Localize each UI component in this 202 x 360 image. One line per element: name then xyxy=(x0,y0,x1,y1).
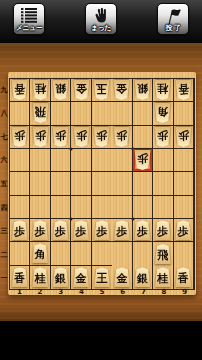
menu-button[interactable]: メニュー xyxy=(13,3,45,35)
resign-button[interactable]: 投 了 xyxy=(157,3,189,35)
board-cell[interactable] xyxy=(10,172,30,195)
toolbar: メニュー まった 投 了 xyxy=(0,0,202,44)
board-cell[interactable] xyxy=(10,149,30,172)
piece-bishop-gote[interactable]: 角 xyxy=(154,103,171,123)
last-move-highlight[interactable]: 歩 xyxy=(133,149,153,172)
board-cell[interactable]: 歩 xyxy=(153,126,173,149)
board-cell[interactable] xyxy=(174,172,194,195)
board-cell[interactable]: 角 xyxy=(153,102,173,125)
piece-lance-sente[interactable]: 香 xyxy=(11,267,28,287)
file-label: 7 xyxy=(133,288,154,296)
piece-knight-gote[interactable]: 桂 xyxy=(32,80,49,100)
board-cell[interactable]: 角 xyxy=(30,242,50,265)
piece-king-sente[interactable]: 王 xyxy=(93,267,110,287)
board-cell[interactable] xyxy=(51,102,71,125)
piece-knight-gote[interactable]: 桂 xyxy=(154,80,171,100)
piece-gold-sente[interactable]: 金 xyxy=(73,267,90,287)
board-cell[interactable]: 金 xyxy=(71,266,91,289)
board-cell[interactable] xyxy=(153,196,173,219)
board-cell[interactable] xyxy=(10,196,30,219)
file-label: 1 xyxy=(9,288,30,296)
board-cell[interactable]: 桂 xyxy=(153,79,173,102)
piece-pawn-gote[interactable]: 歩 xyxy=(134,150,151,170)
board-cell[interactable] xyxy=(174,196,194,219)
board-cell[interactable] xyxy=(30,149,50,172)
board-cell[interactable] xyxy=(112,196,132,219)
piece-pawn-sente[interactable]: 歩 xyxy=(154,220,171,240)
board-cell[interactable]: 歩 xyxy=(30,126,50,149)
board-cell[interactable]: 桂 xyxy=(153,266,173,289)
board-cell[interactable]: 歩 xyxy=(51,126,71,149)
board-cell[interactable]: 歩 xyxy=(92,126,112,149)
rank-label: 四 xyxy=(0,196,8,220)
rank-labels: 九八七六五四三二一 xyxy=(0,78,8,290)
piece-pawn-sente[interactable]: 歩 xyxy=(73,220,90,240)
piece-pawn-gote[interactable]: 歩 xyxy=(11,127,28,147)
file-label: 5 xyxy=(92,288,113,296)
piece-knight-sente[interactable]: 桂 xyxy=(154,267,171,287)
board-cell[interactable] xyxy=(112,242,132,265)
board-cell[interactable] xyxy=(92,242,112,265)
file-label: 4 xyxy=(71,288,92,296)
board-cell[interactable] xyxy=(133,196,153,219)
board-cell[interactable]: 歩 xyxy=(174,126,194,149)
menu-button-label: メニュー xyxy=(14,23,44,33)
board-cell[interactable]: 歩 xyxy=(133,219,153,242)
file-label: 8 xyxy=(154,288,175,296)
piece-pawn-sente[interactable]: 歩 xyxy=(175,220,192,240)
board-cell[interactable] xyxy=(10,242,30,265)
piece-silver-sente[interactable]: 銀 xyxy=(52,267,69,287)
piece-silver-gote[interactable]: 銀 xyxy=(52,80,69,100)
piece-silver-sente[interactable]: 銀 xyxy=(134,267,151,287)
board-cell[interactable]: 銀 xyxy=(133,79,153,102)
board-cell[interactable] xyxy=(30,172,50,195)
board-cell[interactable] xyxy=(133,102,153,125)
piece-pawn-gote[interactable]: 歩 xyxy=(113,127,130,147)
board-cell[interactable]: 香 xyxy=(174,79,194,102)
board-cell[interactable]: 歩 xyxy=(51,219,71,242)
file-label: 2 xyxy=(30,288,51,296)
piece-pawn-gote[interactable]: 歩 xyxy=(175,127,192,147)
board-cell[interactable] xyxy=(153,149,173,172)
piece-silver-gote[interactable]: 銀 xyxy=(134,80,151,100)
piece-knight-sente[interactable]: 桂 xyxy=(32,267,49,287)
board-cell[interactable]: 玉 xyxy=(92,79,112,102)
board-cell[interactable]: 銀 xyxy=(133,266,153,289)
rank-label: 八 xyxy=(0,102,8,126)
board-cell[interactable] xyxy=(71,102,91,125)
board-cell[interactable] xyxy=(92,149,112,172)
file-label: 9 xyxy=(174,288,195,296)
board-cell[interactable] xyxy=(174,242,194,265)
board-cell[interactable]: 金 xyxy=(112,79,132,102)
piece-gold-gote[interactable]: 金 xyxy=(113,80,130,100)
board-cell[interactable]: 金 xyxy=(112,266,132,289)
piece-pawn-gote[interactable]: 歩 xyxy=(73,127,90,147)
piece-bishop-sente[interactable]: 角 xyxy=(32,243,49,263)
board-cell[interactable]: 歩 xyxy=(71,126,91,149)
rank-label: 五 xyxy=(0,172,8,196)
board-cell[interactable] xyxy=(51,196,71,219)
board-cell[interactable] xyxy=(71,172,91,195)
piece-pawn-gote[interactable]: 歩 xyxy=(32,127,49,147)
rank-label: 二 xyxy=(0,243,8,267)
board-cell[interactable] xyxy=(174,102,194,125)
rank-label: 六 xyxy=(0,149,8,173)
file-label: 6 xyxy=(112,288,133,296)
piece-pawn-sente[interactable]: 歩 xyxy=(93,220,110,240)
board-cell[interactable] xyxy=(133,172,153,195)
piece-gold-sente[interactable]: 金 xyxy=(113,267,130,287)
board-cell[interactable]: 歩 xyxy=(10,219,30,242)
board-cell[interactable] xyxy=(112,149,132,172)
piece-pawn-sente[interactable]: 歩 xyxy=(113,220,130,240)
piece-king-gote[interactable]: 玉 xyxy=(93,80,110,100)
board-grid: 香桂銀金玉金銀桂香飛角歩歩歩歩歩歩歩歩歩歩歩歩歩歩歩歩歩歩角飛香桂銀金王金銀桂香 xyxy=(9,78,195,290)
board-cell[interactable]: 香 xyxy=(174,266,194,289)
matta-undo-button[interactable]: まった xyxy=(85,3,117,35)
file-labels: 123456789 xyxy=(9,288,195,296)
piece-lance-gote[interactable]: 香 xyxy=(175,80,192,100)
board-cell[interactable]: 桂 xyxy=(30,266,50,289)
board-cell[interactable]: 金 xyxy=(71,79,91,102)
piece-pawn-gote[interactable]: 歩 xyxy=(52,127,69,147)
rank-label: 一 xyxy=(0,267,8,291)
board-cell[interactable] xyxy=(51,149,71,172)
board-cell[interactable]: 歩 xyxy=(92,219,112,242)
board-cell[interactable] xyxy=(92,102,112,125)
resign-button-label: 投 了 xyxy=(158,23,188,33)
board-cell[interactable] xyxy=(51,172,71,195)
file-label: 3 xyxy=(50,288,71,296)
piece-lance-sente[interactable]: 香 xyxy=(175,267,192,287)
rank-label: 三 xyxy=(0,219,8,243)
board-cell[interactable] xyxy=(112,102,132,125)
piece-pawn-sente[interactable]: 歩 xyxy=(11,220,28,240)
board-cell[interactable] xyxy=(174,149,194,172)
board-cell[interactable] xyxy=(92,172,112,195)
board-cell[interactable] xyxy=(133,126,153,149)
board-cell[interactable] xyxy=(71,196,91,219)
board-cell[interactable]: 歩 xyxy=(71,219,91,242)
board-cell[interactable]: 香 xyxy=(10,79,30,102)
board-cell[interactable]: 歩 xyxy=(112,219,132,242)
piece-rook-gote[interactable]: 飛 xyxy=(32,103,49,123)
board-cell[interactable] xyxy=(71,149,91,172)
board-cell[interactable] xyxy=(133,242,153,265)
matta-button-label: まった xyxy=(86,23,116,33)
board-cell[interactable] xyxy=(51,242,71,265)
shogi-board: 香桂銀金玉金銀桂香飛角歩歩歩歩歩歩歩歩歩歩歩歩歩歩歩歩歩歩角飛香桂銀金王金銀桂香… xyxy=(8,72,196,295)
board-cell[interactable]: 銀 xyxy=(51,266,71,289)
piece-rook-sente[interactable]: 飛 xyxy=(154,244,171,264)
board-cell[interactable]: 飛 xyxy=(30,102,50,125)
board-cell[interactable]: 銀 xyxy=(51,79,71,102)
board-cell[interactable] xyxy=(153,172,173,195)
board-cell[interactable]: 歩 xyxy=(153,219,173,242)
board-cell[interactable] xyxy=(92,196,112,219)
board-cell[interactable] xyxy=(30,196,50,219)
piece-lance-gote[interactable]: 香 xyxy=(11,80,28,100)
board-cell[interactable]: 飛 xyxy=(153,242,173,265)
piece-pawn-sente[interactable]: 歩 xyxy=(134,220,151,240)
piece-pawn-gote[interactable]: 歩 xyxy=(154,127,171,147)
board-cell[interactable]: 桂 xyxy=(30,79,50,102)
rank-label: 七 xyxy=(0,125,8,149)
piece-pawn-sente[interactable]: 歩 xyxy=(52,220,69,240)
board-cell[interactable] xyxy=(71,242,91,265)
board-cell[interactable]: 王 xyxy=(92,266,112,289)
board-cell[interactable]: 香 xyxy=(10,266,30,289)
board-cell[interactable]: 歩 xyxy=(10,126,30,149)
board-cell[interactable]: 歩 xyxy=(174,219,194,242)
board-cell[interactable]: 歩 xyxy=(30,219,50,242)
wood-frame: 九八七六五四三二一 香桂銀金玉金銀桂香飛角歩歩歩歩歩歩歩歩歩歩歩歩歩歩歩歩歩歩角… xyxy=(0,44,202,321)
board-cell[interactable] xyxy=(10,102,30,125)
board-cell[interactable]: 歩 xyxy=(112,126,132,149)
piece-gold-gote[interactable]: 金 xyxy=(73,80,90,100)
rank-label: 九 xyxy=(0,78,8,102)
shogi-app-screen: メニュー まった 投 了 九八七六五四三二一 香桂銀金玉金銀桂香飛角歩歩歩歩歩歩… xyxy=(0,0,202,360)
piece-pawn-sente[interactable]: 歩 xyxy=(32,220,49,240)
piece-pawn-gote[interactable]: 歩 xyxy=(93,127,110,147)
board-cell[interactable] xyxy=(112,172,132,195)
